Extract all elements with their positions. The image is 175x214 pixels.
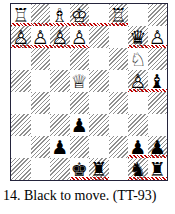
spellcheck-squiggle [11, 45, 89, 48]
square-e4[interactable]: ♕ [70, 70, 90, 92]
square-c7[interactable] [109, 136, 129, 158]
white-queen-piece: ♕ [71, 71, 88, 92]
square-f8[interactable] [50, 158, 70, 180]
square-a1[interactable] [148, 4, 168, 26]
square-c2[interactable] [109, 26, 129, 48]
square-d4[interactable] [89, 70, 109, 92]
square-e5[interactable] [70, 92, 90, 114]
square-h6[interactable] [11, 114, 31, 136]
square-c8[interactable] [109, 158, 129, 180]
square-h3[interactable] [11, 48, 31, 70]
square-d3[interactable] [89, 48, 109, 70]
square-d5[interactable] [89, 92, 109, 114]
square-a6[interactable] [148, 114, 168, 136]
square-d7[interactable] [89, 136, 109, 158]
square-f5[interactable] [50, 92, 70, 114]
square-b3[interactable]: ♘ [128, 48, 148, 70]
black-pawn-piece: ♟ [51, 137, 68, 158]
black-pawn-piece: ♟ [71, 115, 88, 136]
square-g6[interactable] [31, 114, 51, 136]
square-c6[interactable] [109, 114, 129, 136]
square-c5[interactable] [109, 92, 129, 114]
square-b6[interactable] [128, 114, 148, 136]
square-a5[interactable] [148, 92, 168, 114]
square-d2[interactable] [89, 26, 109, 48]
square-b1[interactable] [128, 4, 148, 26]
diagram-caption: 14. Black to move. (TT-93) [3, 188, 156, 204]
square-c4[interactable] [109, 70, 129, 92]
square-g8[interactable] [31, 158, 51, 180]
square-a3[interactable] [148, 48, 168, 70]
square-f6[interactable] [50, 114, 70, 136]
square-h5[interactable] [11, 92, 31, 114]
square-g3[interactable] [31, 48, 51, 70]
spellcheck-squiggle [128, 155, 167, 158]
square-g7[interactable] [31, 136, 51, 158]
square-f4[interactable] [50, 70, 70, 92]
square-h7[interactable] [11, 136, 31, 158]
square-e3[interactable] [70, 48, 90, 70]
square-e7[interactable] [70, 136, 90, 158]
chess-board: ♖♗♔♖♙♙♙♙♛♙♘♕♙♝♟♟♟♟♚♜♞♜ [10, 3, 168, 181]
square-c3[interactable] [109, 48, 129, 70]
square-e6[interactable]: ♟ [70, 114, 90, 136]
square-g5[interactable] [31, 92, 51, 114]
square-g4[interactable] [31, 70, 51, 92]
spellcheck-squiggle [70, 177, 109, 180]
square-b5[interactable] [128, 92, 148, 114]
spellcheck-squiggle [128, 177, 167, 180]
square-f3[interactable] [50, 48, 70, 70]
white-knight-piece: ♘ [129, 49, 146, 70]
square-h8[interactable] [11, 158, 31, 180]
spellcheck-squiggle [11, 23, 128, 26]
spellcheck-squiggle [128, 89, 167, 92]
square-f7[interactable]: ♟ [50, 136, 70, 158]
document-page: ♖♗♔♖♙♙♙♙♛♙♘♕♙♝♟♟♟♟♚♜♞♜ 14. Black to move… [0, 0, 175, 214]
square-h4[interactable] [11, 70, 31, 92]
spellcheck-squiggle [128, 45, 167, 48]
square-d6[interactable] [89, 114, 109, 136]
